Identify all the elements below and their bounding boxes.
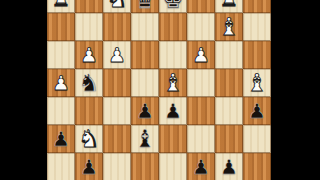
square-d7[interactable] xyxy=(131,13,159,41)
square-f6[interactable]: ♟ xyxy=(187,41,215,69)
piece-white-rook: ♜ xyxy=(51,0,71,10)
piece-black-pawn: ♟ xyxy=(248,101,266,121)
piece-black-queen: ♛ xyxy=(134,0,156,12)
square-b2[interactable]: ♟ xyxy=(75,153,103,180)
square-b5[interactable]: ♞ xyxy=(75,69,103,97)
square-c3[interactable] xyxy=(103,125,131,153)
square-e5[interactable]: ♝ xyxy=(159,69,187,97)
piece-white-bishop: ♝ xyxy=(246,71,268,95)
piece-black-bishop: ♝ xyxy=(134,127,156,151)
piece-white-knight: ♞ xyxy=(106,0,128,11)
square-b8[interactable] xyxy=(75,0,103,13)
square-b6[interactable]: ♟ xyxy=(75,41,103,69)
square-a2[interactable] xyxy=(47,153,75,180)
square-f7[interactable] xyxy=(187,13,215,41)
piece-white-rook: ♜ xyxy=(219,0,239,10)
square-h2[interactable] xyxy=(243,153,271,180)
piece-white-pawn: ♟ xyxy=(80,45,98,65)
piece-black-pawn: ♟ xyxy=(164,101,182,121)
square-g2[interactable]: ♟ xyxy=(215,153,243,180)
square-a5[interactable]: ♟ xyxy=(47,69,75,97)
piece-white-pawn: ♟ xyxy=(108,45,126,65)
screenshot-canvas: ♜♞♛♚♜♝♟♟♟♟♞♝♝♟♟♟♟♞♝♟♟♟ xyxy=(0,0,320,180)
square-g7[interactable]: ♝ xyxy=(215,13,243,41)
piece-white-knight: ♞ xyxy=(78,127,100,151)
square-g6[interactable] xyxy=(215,41,243,69)
piece-black-knight: ♞ xyxy=(78,71,100,95)
square-c2[interactable] xyxy=(103,153,131,180)
square-h3[interactable] xyxy=(243,125,271,153)
square-d3[interactable]: ♝ xyxy=(131,125,159,153)
square-h6[interactable] xyxy=(243,41,271,69)
square-h7[interactable] xyxy=(243,13,271,41)
piece-black-pawn: ♟ xyxy=(80,157,98,177)
square-f3[interactable] xyxy=(187,125,215,153)
square-d4[interactable]: ♟ xyxy=(131,97,159,125)
square-f4[interactable] xyxy=(187,97,215,125)
piece-black-king: ♚ xyxy=(162,0,184,12)
square-a7[interactable] xyxy=(47,13,75,41)
square-c5[interactable] xyxy=(103,69,131,97)
square-h4[interactable]: ♟ xyxy=(243,97,271,125)
piece-black-pawn: ♟ xyxy=(220,157,238,177)
square-b7[interactable] xyxy=(75,13,103,41)
square-a6[interactable] xyxy=(47,41,75,69)
square-e4[interactable]: ♟ xyxy=(159,97,187,125)
square-c8[interactable]: ♞ xyxy=(103,0,131,13)
square-h5[interactable]: ♝ xyxy=(243,69,271,97)
square-e8[interactable]: ♚ xyxy=(159,0,187,13)
piece-white-bishop: ♝ xyxy=(162,71,184,95)
letterbox-left xyxy=(0,0,47,180)
square-b4[interactable] xyxy=(75,97,103,125)
piece-black-pawn: ♟ xyxy=(192,157,210,177)
letterbox-right xyxy=(271,0,320,180)
square-d2[interactable] xyxy=(131,153,159,180)
square-e2[interactable] xyxy=(159,153,187,180)
square-g4[interactable] xyxy=(215,97,243,125)
square-e7[interactable] xyxy=(159,13,187,41)
square-g5[interactable] xyxy=(215,69,243,97)
square-a4[interactable] xyxy=(47,97,75,125)
square-e3[interactable] xyxy=(159,125,187,153)
square-c6[interactable]: ♟ xyxy=(103,41,131,69)
square-f8[interactable] xyxy=(187,0,215,13)
square-a3[interactable]: ♟ xyxy=(47,125,75,153)
square-f5[interactable] xyxy=(187,69,215,97)
piece-black-pawn: ♟ xyxy=(52,129,70,149)
square-e6[interactable] xyxy=(159,41,187,69)
square-g8[interactable]: ♜ xyxy=(215,0,243,13)
piece-white-bishop: ♝ xyxy=(218,15,240,39)
square-d8[interactable]: ♛ xyxy=(131,0,159,13)
piece-white-pawn: ♟ xyxy=(192,45,210,65)
square-h8[interactable] xyxy=(243,0,271,13)
square-d5[interactable] xyxy=(131,69,159,97)
chess-board: ♜♞♛♚♜♝♟♟♟♟♞♝♝♟♟♟♟♞♝♟♟♟ xyxy=(47,0,271,180)
square-c7[interactable] xyxy=(103,13,131,41)
square-f2[interactable]: ♟ xyxy=(187,153,215,180)
square-c4[interactable] xyxy=(103,97,131,125)
square-d6[interactable] xyxy=(131,41,159,69)
piece-white-pawn: ♟ xyxy=(52,73,70,93)
square-g3[interactable] xyxy=(215,125,243,153)
piece-black-pawn: ♟ xyxy=(136,101,154,121)
square-b3[interactable]: ♞ xyxy=(75,125,103,153)
square-a8[interactable]: ♜ xyxy=(47,0,75,13)
